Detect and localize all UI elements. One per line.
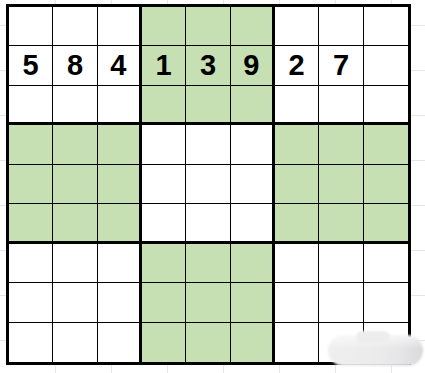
cell-r2c2[interactable]: 8 xyxy=(53,46,97,85)
cell-r6c9[interactable] xyxy=(364,204,408,243)
cell-r4c9[interactable] xyxy=(364,125,408,164)
cell-r5c4[interactable] xyxy=(142,165,186,204)
cell-r2c9[interactable] xyxy=(364,46,408,85)
cell-r6c1[interactable] xyxy=(9,204,53,243)
cell-r7c3[interactable] xyxy=(98,244,142,283)
cell-r2c4[interactable]: 1 xyxy=(142,46,186,85)
cell-r6c4[interactable] xyxy=(142,204,186,243)
cell-r1c9[interactable] xyxy=(364,7,408,46)
cell-r5c2[interactable] xyxy=(53,165,97,204)
cell-r6c3[interactable] xyxy=(98,204,142,243)
cell-r4c3[interactable] xyxy=(98,125,142,164)
cell-r1c3[interactable] xyxy=(98,7,142,46)
cell-r7c2[interactable] xyxy=(53,244,97,283)
cell-r9c1[interactable] xyxy=(9,323,53,362)
cell-r6c5[interactable] xyxy=(186,204,230,243)
cell-r5c1[interactable] xyxy=(9,165,53,204)
cell-r8c5[interactable] xyxy=(186,283,230,322)
cell-r5c8[interactable] xyxy=(319,165,363,204)
cell-r9c7[interactable] xyxy=(275,323,319,362)
cell-r3c3[interactable] xyxy=(98,86,142,125)
cell-r1c1[interactable] xyxy=(9,7,53,46)
cell-r7c9[interactable] xyxy=(364,244,408,283)
cell-r2c8[interactable]: 7 xyxy=(319,46,363,85)
cell-r8c3[interactable] xyxy=(98,283,142,322)
cell-r7c8[interactable] xyxy=(319,244,363,283)
watermark-smudge xyxy=(328,335,423,366)
cell-r5c3[interactable] xyxy=(98,165,142,204)
cell-r5c5[interactable] xyxy=(186,165,230,204)
cell-r1c6[interactable] xyxy=(231,7,275,46)
cell-r4c1[interactable] xyxy=(9,125,53,164)
cell-r9c2[interactable] xyxy=(53,323,97,362)
cell-r4c7[interactable] xyxy=(275,125,319,164)
cell-r8c8[interactable] xyxy=(319,283,363,322)
cell-r8c2[interactable] xyxy=(53,283,97,322)
cell-r5c6[interactable] xyxy=(231,165,275,204)
cell-r3c9[interactable] xyxy=(364,86,408,125)
cell-r6c2[interactable] xyxy=(53,204,97,243)
cell-r3c8[interactable] xyxy=(319,86,363,125)
cell-r6c8[interactable] xyxy=(319,204,363,243)
cell-r8c7[interactable] xyxy=(275,283,319,322)
cell-r7c1[interactable] xyxy=(9,244,53,283)
cell-r3c7[interactable] xyxy=(275,86,319,125)
sudoku-board: 58413927 xyxy=(6,4,411,365)
cell-r2c6[interactable]: 9 xyxy=(231,46,275,85)
cell-r2c1[interactable]: 5 xyxy=(9,46,53,85)
cell-r6c7[interactable] xyxy=(275,204,319,243)
cell-r7c7[interactable] xyxy=(275,244,319,283)
cell-r5c7[interactable] xyxy=(275,165,319,204)
cell-r7c4[interactable] xyxy=(142,244,186,283)
cell-r4c4[interactable] xyxy=(142,125,186,164)
cell-r3c6[interactable] xyxy=(231,86,275,125)
cell-r4c5[interactable] xyxy=(186,125,230,164)
cell-r1c8[interactable] xyxy=(319,7,363,46)
cell-r8c9[interactable] xyxy=(364,283,408,322)
cell-r2c3[interactable]: 4 xyxy=(98,46,142,85)
cell-r8c1[interactable] xyxy=(9,283,53,322)
cell-r8c4[interactable] xyxy=(142,283,186,322)
cell-r1c7[interactable] xyxy=(275,7,319,46)
cell-r2c5[interactable]: 3 xyxy=(186,46,230,85)
cell-r4c8[interactable] xyxy=(319,125,363,164)
cell-r6c6[interactable] xyxy=(231,204,275,243)
cell-r3c1[interactable] xyxy=(9,86,53,125)
cell-r3c2[interactable] xyxy=(53,86,97,125)
cell-r5c9[interactable] xyxy=(364,165,408,204)
cell-r4c6[interactable] xyxy=(231,125,275,164)
cell-r1c2[interactable] xyxy=(53,7,97,46)
cell-r7c5[interactable] xyxy=(186,244,230,283)
cell-r1c4[interactable] xyxy=(142,7,186,46)
cell-r3c4[interactable] xyxy=(142,86,186,125)
cell-r9c6[interactable] xyxy=(231,323,275,362)
cell-r4c2[interactable] xyxy=(53,125,97,164)
cell-r7c6[interactable] xyxy=(231,244,275,283)
cell-r9c3[interactable] xyxy=(98,323,142,362)
cell-r8c6[interactable] xyxy=(231,283,275,322)
cell-r9c5[interactable] xyxy=(186,323,230,362)
cell-r3c5[interactable] xyxy=(186,86,230,125)
cell-r2c7[interactable]: 2 xyxy=(275,46,319,85)
cell-r1c5[interactable] xyxy=(186,7,230,46)
cell-r9c4[interactable] xyxy=(142,323,186,362)
